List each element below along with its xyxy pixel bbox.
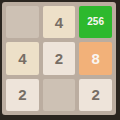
tile-r2c0: 2 <box>6 79 39 111</box>
tile-r0c1: 4 <box>43 6 76 38</box>
tile-r1c0: 4 <box>6 42 39 74</box>
tile-r0c0 <box>6 6 39 38</box>
2048-board[interactable]: 4 256 4 2 8 2 2 <box>2 2 116 115</box>
tile-r0c2: 256 <box>79 6 112 38</box>
tile-r1c2: 8 <box>79 42 112 74</box>
game-frame: 4 256 4 2 8 2 2 <box>0 0 120 120</box>
tile-r2c2: 2 <box>79 79 112 111</box>
tile-r2c1 <box>43 79 76 111</box>
tile-r1c1: 2 <box>43 42 76 74</box>
